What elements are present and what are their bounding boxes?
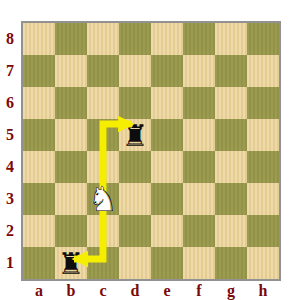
- piece-white-knight-c3[interactable]: ♞♘: [87, 183, 119, 215]
- black-rook-glyph: ♜: [55, 247, 87, 279]
- square-b6[interactable]: [55, 87, 87, 119]
- square-h1[interactable]: [247, 247, 279, 279]
- square-b7[interactable]: [55, 55, 87, 87]
- square-a3[interactable]: [23, 183, 55, 215]
- square-b4[interactable]: [55, 151, 87, 183]
- square-h4[interactable]: [247, 151, 279, 183]
- rank-label-7: 7: [1, 55, 19, 87]
- square-h2[interactable]: [247, 215, 279, 247]
- rank-label-2: 2: [1, 215, 19, 247]
- square-e4[interactable]: [151, 151, 183, 183]
- file-label-e: e: [151, 281, 183, 300]
- file-label-b: b: [55, 281, 87, 300]
- square-a2[interactable]: [23, 215, 55, 247]
- square-e2[interactable]: [151, 215, 183, 247]
- square-h6[interactable]: [247, 87, 279, 119]
- square-g5[interactable]: [215, 119, 247, 151]
- file-label-a: a: [23, 281, 55, 300]
- square-h8[interactable]: [247, 23, 279, 55]
- square-h7[interactable]: [247, 55, 279, 87]
- square-f2[interactable]: [183, 215, 215, 247]
- square-b8[interactable]: [55, 23, 87, 55]
- square-d4[interactable]: [119, 151, 151, 183]
- square-f3[interactable]: [183, 183, 215, 215]
- file-label-f: f: [183, 281, 215, 300]
- rank-label-4: 4: [1, 151, 19, 183]
- square-e5[interactable]: [151, 119, 183, 151]
- square-a5[interactable]: [23, 119, 55, 151]
- square-b5[interactable]: [55, 119, 87, 151]
- square-f1[interactable]: [183, 247, 215, 279]
- square-a6[interactable]: [23, 87, 55, 119]
- square-c1[interactable]: [87, 247, 119, 279]
- square-f6[interactable]: [183, 87, 215, 119]
- square-e3[interactable]: [151, 183, 183, 215]
- square-h5[interactable]: [247, 119, 279, 151]
- square-g6[interactable]: [215, 87, 247, 119]
- square-e8[interactable]: [151, 23, 183, 55]
- chessboard: [21, 21, 281, 281]
- square-d1[interactable]: [119, 247, 151, 279]
- piece-black-rook-b1[interactable]: ♜: [55, 247, 87, 279]
- rank-label-8: 8: [1, 23, 19, 55]
- piece-black-rook-d5[interactable]: ♜: [119, 119, 151, 151]
- black-rook-glyph: ♜: [119, 119, 151, 151]
- square-c8[interactable]: [87, 23, 119, 55]
- square-d2[interactable]: [119, 215, 151, 247]
- square-g3[interactable]: [215, 183, 247, 215]
- square-e1[interactable]: [151, 247, 183, 279]
- square-d3[interactable]: [119, 183, 151, 215]
- square-c6[interactable]: [87, 87, 119, 119]
- file-label-g: g: [215, 281, 247, 300]
- square-f5[interactable]: [183, 119, 215, 151]
- file-label-h: h: [247, 281, 279, 300]
- square-c2[interactable]: [87, 215, 119, 247]
- square-a7[interactable]: [23, 55, 55, 87]
- square-e6[interactable]: [151, 87, 183, 119]
- square-d6[interactable]: [119, 87, 151, 119]
- square-a4[interactable]: [23, 151, 55, 183]
- square-b3[interactable]: [55, 183, 87, 215]
- rank-label-3: 3: [1, 183, 19, 215]
- square-b2[interactable]: [55, 215, 87, 247]
- square-g4[interactable]: [215, 151, 247, 183]
- square-d7[interactable]: [119, 55, 151, 87]
- square-e7[interactable]: [151, 55, 183, 87]
- square-c7[interactable]: [87, 55, 119, 87]
- square-a8[interactable]: [23, 23, 55, 55]
- square-f4[interactable]: [183, 151, 215, 183]
- white-knight-outline-glyph: ♘: [87, 183, 119, 215]
- square-g8[interactable]: [215, 23, 247, 55]
- rank-label-6: 6: [1, 87, 19, 119]
- square-h3[interactable]: [247, 183, 279, 215]
- square-d8[interactable]: [119, 23, 151, 55]
- rank-label-1: 1: [1, 247, 19, 279]
- chessboard-diagram: 87654321 abcdefgh ♜♞♘♜: [0, 0, 300, 300]
- square-c5[interactable]: [87, 119, 119, 151]
- file-label-d: d: [119, 281, 151, 300]
- square-a1[interactable]: [23, 247, 55, 279]
- rank-label-5: 5: [1, 119, 19, 151]
- square-f8[interactable]: [183, 23, 215, 55]
- square-f7[interactable]: [183, 55, 215, 87]
- square-g2[interactable]: [215, 215, 247, 247]
- square-g7[interactable]: [215, 55, 247, 87]
- file-label-c: c: [87, 281, 119, 300]
- square-g1[interactable]: [215, 247, 247, 279]
